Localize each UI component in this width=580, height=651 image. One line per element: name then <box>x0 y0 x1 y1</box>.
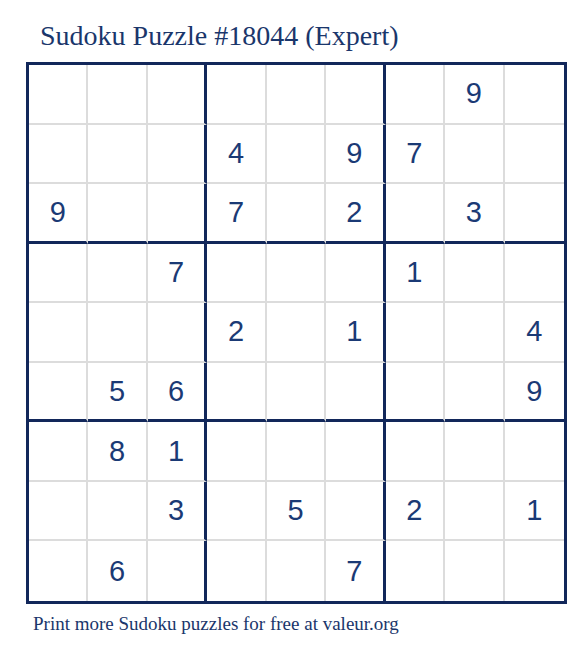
sudoku-cell-empty[interactable] <box>445 363 504 423</box>
sudoku-cell-given: 2 <box>326 184 385 244</box>
sudoku-cell-given: 6 <box>88 541 147 601</box>
sudoku-cell-given: 1 <box>386 244 445 304</box>
sudoku-cell-given: 9 <box>326 125 385 185</box>
sudoku-cell-empty[interactable] <box>29 65 88 125</box>
sudoku-cell-given: 3 <box>148 482 207 542</box>
sudoku-cell-given: 2 <box>207 303 266 363</box>
sudoku-cell-empty[interactable] <box>29 422 88 482</box>
sudoku-cell-empty[interactable] <box>386 303 445 363</box>
sudoku-cell-empty[interactable] <box>267 65 326 125</box>
sudoku-cell-given: 7 <box>148 244 207 304</box>
sudoku-cell-given: 5 <box>88 363 147 423</box>
sudoku-cell-given: 7 <box>207 184 266 244</box>
sudoku-cell-empty[interactable] <box>29 125 88 185</box>
sudoku-cell-given: 4 <box>207 125 266 185</box>
sudoku-cell-empty[interactable] <box>267 363 326 423</box>
sudoku-cell-empty[interactable] <box>445 541 504 601</box>
sudoku-cell-empty[interactable] <box>267 303 326 363</box>
sudoku-cell-empty[interactable] <box>445 125 504 185</box>
sudoku-cell-empty[interactable] <box>386 541 445 601</box>
sudoku-cell-empty[interactable] <box>505 541 564 601</box>
sudoku-cell-given: 7 <box>326 541 385 601</box>
sudoku-cell-empty[interactable] <box>505 422 564 482</box>
sudoku-cell-empty[interactable] <box>207 422 266 482</box>
sudoku-cell-empty[interactable] <box>326 363 385 423</box>
sudoku-cell-given: 1 <box>326 303 385 363</box>
sudoku-cell-empty[interactable] <box>148 125 207 185</box>
sudoku-cell-empty[interactable] <box>207 65 266 125</box>
sudoku-cell-given: 4 <box>505 303 564 363</box>
sudoku-cell-empty[interactable] <box>445 482 504 542</box>
sudoku-cell-given: 6 <box>148 363 207 423</box>
sudoku-cell-empty[interactable] <box>505 184 564 244</box>
sudoku-cell-empty[interactable] <box>267 125 326 185</box>
sudoku-cell-empty[interactable] <box>207 244 266 304</box>
sudoku-cell-empty[interactable] <box>88 125 147 185</box>
sudoku-cell-empty[interactable] <box>88 65 147 125</box>
sudoku-cell-empty[interactable] <box>267 244 326 304</box>
sudoku-cell-given: 9 <box>505 363 564 423</box>
sudoku-cell-empty[interactable] <box>88 482 147 542</box>
sudoku-cell-empty[interactable] <box>148 541 207 601</box>
sudoku-cell-empty[interactable] <box>445 303 504 363</box>
sudoku-cell-empty[interactable] <box>505 244 564 304</box>
sudoku-cell-given: 2 <box>386 482 445 542</box>
page-title: Sudoku Puzzle #18044 (Expert) <box>40 20 399 52</box>
sudoku-cell-empty[interactable] <box>386 65 445 125</box>
sudoku-cell-empty[interactable] <box>29 244 88 304</box>
sudoku-cell-empty[interactable] <box>267 184 326 244</box>
sudoku-cell-given: 3 <box>445 184 504 244</box>
sudoku-cell-given: 1 <box>505 482 564 542</box>
sudoku-cell-empty[interactable] <box>445 422 504 482</box>
sudoku-cell-empty[interactable] <box>386 363 445 423</box>
sudoku-cell-empty[interactable] <box>505 65 564 125</box>
sudoku-board: 949797237121456981352167 <box>26 62 567 604</box>
sudoku-cell-given: 9 <box>445 65 504 125</box>
sudoku-cell-empty[interactable] <box>386 184 445 244</box>
sudoku-cell-empty[interactable] <box>148 303 207 363</box>
sudoku-cell-empty[interactable] <box>29 541 88 601</box>
sudoku-cell-given: 7 <box>386 125 445 185</box>
sudoku-cell-empty[interactable] <box>207 482 266 542</box>
sudoku-cell-empty[interactable] <box>29 303 88 363</box>
sudoku-cell-empty[interactable] <box>505 125 564 185</box>
sudoku-cell-empty[interactable] <box>386 422 445 482</box>
sudoku-cell-empty[interactable] <box>326 65 385 125</box>
sudoku-cell-empty[interactable] <box>445 244 504 304</box>
sudoku-cell-given: 1 <box>148 422 207 482</box>
sudoku-cell-empty[interactable] <box>326 244 385 304</box>
sudoku-cell-empty[interactable] <box>207 541 266 601</box>
sudoku-cell-given: 8 <box>88 422 147 482</box>
footer-note: Print more Sudoku puzzles for free at va… <box>33 613 399 635</box>
sudoku-cell-empty[interactable] <box>148 65 207 125</box>
sudoku-cell-empty[interactable] <box>29 363 88 423</box>
sudoku-cell-empty[interactable] <box>88 184 147 244</box>
sudoku-cell-empty[interactable] <box>88 244 147 304</box>
sudoku-cell-empty[interactable] <box>29 482 88 542</box>
sudoku-cell-empty[interactable] <box>88 303 147 363</box>
sudoku-cell-empty[interactable] <box>326 422 385 482</box>
sudoku-cell-given: 5 <box>267 482 326 542</box>
sudoku-cell-given: 9 <box>29 184 88 244</box>
sudoku-cell-empty[interactable] <box>148 184 207 244</box>
sudoku-cell-empty[interactable] <box>267 422 326 482</box>
sudoku-cell-empty[interactable] <box>326 482 385 542</box>
sudoku-cell-empty[interactable] <box>267 541 326 601</box>
sudoku-cell-empty[interactable] <box>207 363 266 423</box>
